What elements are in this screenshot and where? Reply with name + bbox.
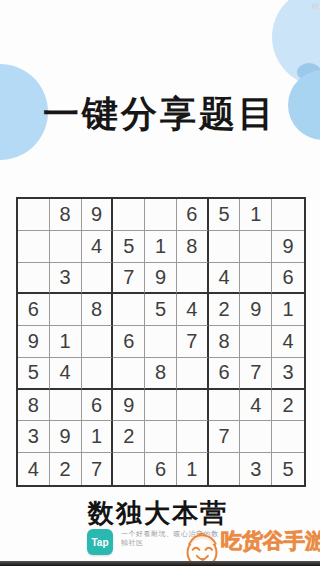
- sudoku-cell-r7c9[interactable]: 2: [272, 390, 304, 422]
- sudoku-cell-r3c2[interactable]: 3: [50, 263, 82, 295]
- sudoku-cell-r8c8[interactable]: [240, 421, 272, 453]
- sudoku-cell-r3c5[interactable]: 9: [145, 263, 177, 295]
- sudoku-cell-r2c1[interactable]: [18, 231, 50, 263]
- sudoku-cell-r7c4[interactable]: 9: [113, 390, 145, 422]
- sudoku-cell-r1c4[interactable]: [113, 199, 145, 231]
- app-name: 数独大本营: [0, 496, 316, 531]
- sudoku-cell-r4c2[interactable]: [50, 294, 82, 326]
- sudoku-cell-r3c8[interactable]: [240, 263, 272, 295]
- sudoku-cell-r6c8[interactable]: 7: [240, 358, 272, 390]
- sudoku-cell-r6c2[interactable]: 4: [50, 358, 82, 390]
- sudoku-cell-r5c9[interactable]: 4: [272, 326, 304, 358]
- sudoku-cell-r9c3[interactable]: 7: [82, 453, 114, 485]
- sudoku-cell-r4c5[interactable]: 5: [145, 294, 177, 326]
- page-title: 一键分享题目: [0, 90, 320, 139]
- sudoku-cell-r2c2[interactable]: [50, 231, 82, 263]
- sudoku-cell-r6c1[interactable]: 5: [18, 358, 50, 390]
- sudoku-cell-r5c5[interactable]: [145, 326, 177, 358]
- sudoku-cell-r8c2[interactable]: 9: [50, 421, 82, 453]
- sudoku-cell-r5c1[interactable]: 9: [18, 326, 50, 358]
- sudoku-cell-r3c1[interactable]: [18, 263, 50, 295]
- sudoku-cell-r7c2[interactable]: [50, 390, 82, 422]
- sudoku-cell-r3c4[interactable]: 7: [113, 263, 145, 295]
- sudoku-cell-r5c6[interactable]: 7: [177, 326, 209, 358]
- sudoku-cell-r7c3[interactable]: 6: [82, 390, 114, 422]
- sudoku-cell-r2c6[interactable]: 8: [177, 231, 209, 263]
- sudoku-cell-r7c8[interactable]: 4: [240, 390, 272, 422]
- sudoku-cell-r1c3[interactable]: 9: [82, 199, 114, 231]
- sudoku-cell-r2c9[interactable]: 9: [272, 231, 304, 263]
- corner-watermark: 吃: [312, 2, 319, 12]
- sudoku-cell-r8c6[interactable]: [177, 421, 209, 453]
- sudoku-cell-r6c6[interactable]: [177, 358, 209, 390]
- sudoku-cell-r4c1[interactable]: 6: [18, 294, 50, 326]
- sudoku-cell-r2c5[interactable]: 1: [145, 231, 177, 263]
- sudoku-cell-r9c2[interactable]: 2: [50, 453, 82, 485]
- sudoku-cell-r6c4[interactable]: [113, 358, 145, 390]
- sudoku-cell-r3c3[interactable]: [82, 263, 114, 295]
- sudoku-cell-r9c5[interactable]: 6: [145, 453, 177, 485]
- sudoku-cell-r1c6[interactable]: 6: [177, 199, 209, 231]
- taptap-badge-label: Tap: [91, 537, 108, 548]
- sudoku-cell-r9c7[interactable]: [209, 453, 241, 485]
- sudoku-grid: 8965145189379466854291916784548673869423…: [16, 197, 306, 487]
- taptap-badge[interactable]: Tap: [87, 529, 113, 555]
- sudoku-cell-r9c1[interactable]: 4: [18, 453, 50, 485]
- sudoku-cell-r7c5[interactable]: [145, 390, 177, 422]
- sudoku-cell-r4c6[interactable]: 4: [177, 294, 209, 326]
- sudoku-cell-r4c7[interactable]: 2: [209, 294, 241, 326]
- sudoku-cell-r5c3[interactable]: [82, 326, 114, 358]
- sudoku-cell-r9c6[interactable]: 1: [177, 453, 209, 485]
- sudoku-cell-r1c9[interactable]: [272, 199, 304, 231]
- sudoku-cell-r7c7[interactable]: [209, 390, 241, 422]
- sudoku-cell-r6c5[interactable]: 8: [145, 358, 177, 390]
- sudoku-cell-r9c8[interactable]: 3: [240, 453, 272, 485]
- sudoku-cell-r4c3[interactable]: 8: [82, 294, 114, 326]
- bottom-edge-bar: [0, 561, 320, 566]
- sudoku-cell-r8c4[interactable]: 2: [113, 421, 145, 453]
- sudoku-cell-r2c3[interactable]: 4: [82, 231, 114, 263]
- sudoku-cell-r3c6[interactable]: [177, 263, 209, 295]
- sudoku-cell-r1c2[interactable]: 8: [50, 199, 82, 231]
- sudoku-cell-r8c9[interactable]: [272, 421, 304, 453]
- sudoku-cell-r2c8[interactable]: [240, 231, 272, 263]
- sudoku-cell-r2c7[interactable]: [209, 231, 241, 263]
- sudoku-cell-r8c3[interactable]: 1: [82, 421, 114, 453]
- sudoku-cell-r9c9[interactable]: 5: [272, 453, 304, 485]
- sudoku-cell-r9c4[interactable]: [113, 453, 145, 485]
- sudoku-cell-r3c7[interactable]: 4: [209, 263, 241, 295]
- sudoku-cell-r5c7[interactable]: 8: [209, 326, 241, 358]
- sudoku-cell-r5c8[interactable]: [240, 326, 272, 358]
- sudoku-cell-r1c8[interactable]: 1: [240, 199, 272, 231]
- sudoku-cell-r5c2[interactable]: 1: [50, 326, 82, 358]
- sudoku-cell-r6c3[interactable]: [82, 358, 114, 390]
- sudoku-cell-r4c9[interactable]: 1: [272, 294, 304, 326]
- sudoku-cell-r4c4[interactable]: [113, 294, 145, 326]
- sudoku-cell-r8c5[interactable]: [145, 421, 177, 453]
- sudoku-cell-r3c9[interactable]: 6: [272, 263, 304, 295]
- sudoku-cell-r7c1[interactable]: 8: [18, 390, 50, 422]
- sudoku-cell-r1c1[interactable]: [18, 199, 50, 231]
- sudoku-cell-r6c9[interactable]: 3: [272, 358, 304, 390]
- sudoku-cell-r5c4[interactable]: 6: [113, 326, 145, 358]
- sudoku-cell-r6c7[interactable]: 6: [209, 358, 241, 390]
- sudoku-cell-r7c6[interactable]: [177, 390, 209, 422]
- sudoku-cell-r1c5[interactable]: [145, 199, 177, 231]
- sudoku-cell-r1c7[interactable]: 5: [209, 199, 241, 231]
- sudoku-cell-r8c7[interactable]: 7: [209, 421, 241, 453]
- watermark-text: 吃货谷手游: [221, 527, 320, 555]
- sudoku-cell-r2c4[interactable]: 5: [113, 231, 145, 263]
- sudoku-cell-r4c8[interactable]: 9: [240, 294, 272, 326]
- sudoku-cell-r8c1[interactable]: 3: [18, 421, 50, 453]
